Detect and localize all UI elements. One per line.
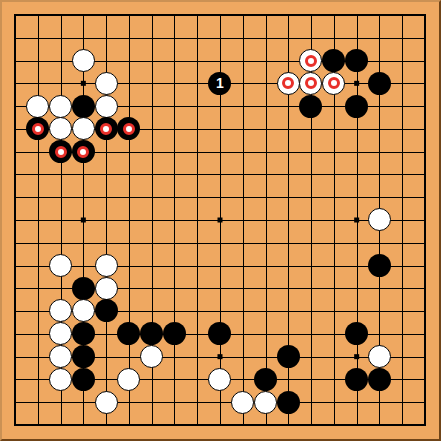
stone-black[interactable] (345, 49, 368, 72)
stone-black[interactable] (72, 140, 95, 163)
stone-white[interactable] (95, 277, 118, 300)
stone-black[interactable] (345, 322, 368, 345)
stone-black[interactable] (254, 368, 277, 391)
stone-black[interactable] (277, 391, 300, 414)
stone-white[interactable] (49, 95, 72, 118)
stone-black[interactable] (368, 368, 391, 391)
stone-black[interactable] (345, 368, 368, 391)
stone-white[interactable] (49, 345, 72, 368)
stone-label: 1 (216, 76, 224, 90)
stone-black[interactable] (322, 49, 345, 72)
stone-black[interactable] (368, 72, 391, 95)
stone-black[interactable] (95, 117, 118, 140)
stone-white[interactable] (49, 368, 72, 391)
stone-white[interactable] (95, 254, 118, 277)
stone-white[interactable] (322, 72, 345, 95)
stone-white[interactable] (49, 254, 72, 277)
circle-mark (282, 77, 294, 89)
stone-black[interactable] (72, 345, 95, 368)
stone-black[interactable] (72, 368, 95, 391)
stone-black[interactable] (95, 299, 118, 322)
stone-black[interactable] (163, 322, 186, 345)
stone-black[interactable] (208, 322, 231, 345)
stone-white[interactable] (49, 299, 72, 322)
stone-white[interactable] (72, 49, 95, 72)
stone-black[interactable] (277, 345, 300, 368)
go-board[interactable]: 1 (0, 0, 441, 441)
circle-mark (100, 123, 112, 135)
stone-white[interactable] (95, 72, 118, 95)
stone-white[interactable] (231, 391, 254, 414)
stone-black[interactable] (117, 322, 140, 345)
circle-mark (328, 77, 340, 89)
stone-white[interactable] (49, 117, 72, 140)
stone-black[interactable] (72, 95, 95, 118)
circle-mark (55, 146, 67, 158)
stone-black[interactable] (345, 95, 368, 118)
stone-black[interactable] (26, 117, 49, 140)
stones-layer: 1 (4, 4, 437, 437)
stone-black[interactable] (49, 140, 72, 163)
stone-white[interactable] (277, 72, 300, 95)
circle-mark (305, 77, 317, 89)
stone-white[interactable] (95, 95, 118, 118)
stone-black[interactable] (140, 322, 163, 345)
stone-white[interactable] (208, 368, 231, 391)
stone-black[interactable] (299, 95, 322, 118)
stone-white[interactable] (95, 391, 118, 414)
stone-white[interactable] (254, 391, 277, 414)
stone-black[interactable] (72, 322, 95, 345)
stone-black[interactable] (368, 254, 391, 277)
stone-white[interactable] (72, 299, 95, 322)
stone-black[interactable] (72, 277, 95, 300)
stone-white[interactable] (368, 345, 391, 368)
stone-white[interactable] (140, 345, 163, 368)
circle-mark (123, 123, 135, 135)
circle-mark (77, 146, 89, 158)
stone-white[interactable] (299, 72, 322, 95)
stone-white[interactable] (26, 95, 49, 118)
stone-white[interactable] (72, 117, 95, 140)
stone-black[interactable]: 1 (208, 72, 231, 95)
stone-white[interactable] (117, 368, 140, 391)
circle-mark (305, 55, 317, 67)
stone-white[interactable] (368, 208, 391, 231)
stone-black[interactable] (117, 117, 140, 140)
stone-white[interactable] (299, 49, 322, 72)
stone-white[interactable] (49, 322, 72, 345)
circle-mark (32, 123, 44, 135)
